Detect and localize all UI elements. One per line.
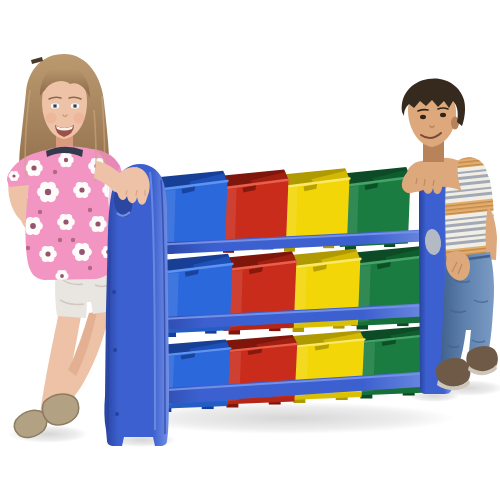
flower-dot [71, 238, 75, 242]
flower-dot [26, 246, 30, 250]
storage-organizer [104, 161, 452, 446]
girl-shoe-front [42, 394, 78, 425]
flower-dot [88, 266, 92, 270]
flower-dot [16, 222, 20, 226]
girl-cheek-left [46, 113, 57, 124]
left-side-panel [104, 164, 169, 446]
photo-canvas [0, 0, 500, 500]
boy-forearm-side [486, 206, 497, 260]
flower-dot [53, 170, 57, 174]
left-panel-body [104, 164, 169, 446]
flower-dot [58, 238, 62, 242]
flower-dot [38, 210, 42, 214]
product-photo-scene [0, 0, 500, 500]
girl-cheek-right [74, 113, 85, 124]
boy-sleeve [458, 157, 488, 194]
flower-dot [88, 208, 92, 212]
